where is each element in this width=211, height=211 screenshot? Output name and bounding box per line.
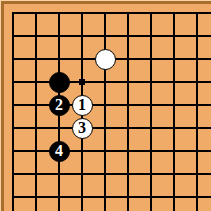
- black-stone-move-2: 2: [49, 95, 70, 116]
- stone-move-number: 1: [78, 97, 86, 113]
- stone-move-number: 2: [55, 97, 63, 113]
- stones-grid: 1234: [2, 2, 209, 209]
- black-stone: [49, 72, 70, 93]
- white-stone-move-3: 3: [72, 118, 93, 139]
- stone-move-number: 4: [55, 143, 63, 159]
- go-board: 1234: [0, 0, 211, 211]
- white-stone: [95, 49, 116, 70]
- stone-move-number: 3: [78, 120, 86, 136]
- white-stone-move-1: 1: [72, 95, 93, 116]
- black-stone-move-4: 4: [49, 141, 70, 162]
